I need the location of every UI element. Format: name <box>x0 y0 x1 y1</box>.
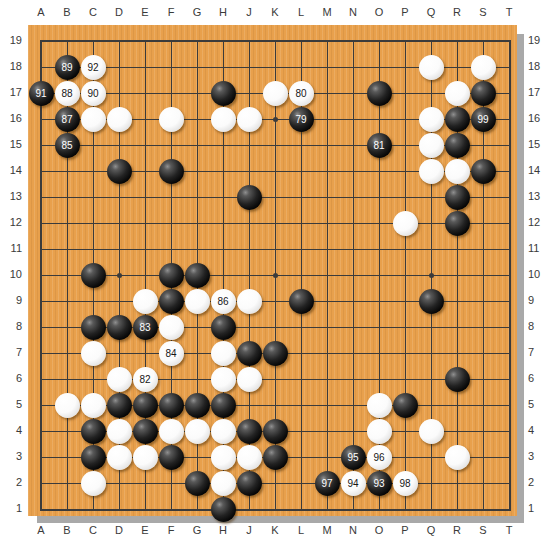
stone-F14 <box>159 159 184 184</box>
row-label: 3 <box>2 450 22 463</box>
star-point <box>273 273 278 278</box>
stone-F10 <box>159 263 184 288</box>
col-label: S <box>475 524 491 537</box>
stone-F4 <box>159 419 184 444</box>
grid-line-vertical <box>405 41 406 510</box>
col-label: C <box>85 524 101 537</box>
row-label: 4 <box>528 424 548 437</box>
star-point <box>273 117 278 122</box>
row-label: 10 <box>2 268 22 281</box>
move-number: 95 <box>341 445 366 470</box>
row-label: 12 <box>528 216 548 229</box>
col-label: M <box>319 6 335 19</box>
move-number: 97 <box>315 471 340 496</box>
row-label: 16 <box>528 112 548 125</box>
stone-Q4 <box>419 419 444 444</box>
col-label: G <box>189 524 205 537</box>
col-label: D <box>111 6 127 19</box>
col-label: E <box>137 6 153 19</box>
col-label: Q <box>423 524 439 537</box>
stone-K4 <box>263 419 288 444</box>
stone-E9 <box>133 289 158 314</box>
stone-B18: 89 <box>55 55 80 80</box>
stone-D4 <box>107 419 132 444</box>
stone-H9: 86 <box>211 289 236 314</box>
stone-E8: 83 <box>133 315 158 340</box>
stone-N2: 94 <box>341 471 366 496</box>
move-number: 99 <box>471 107 496 132</box>
move-number: 94 <box>341 471 366 496</box>
stone-L17: 80 <box>289 81 314 106</box>
stone-R12 <box>445 211 470 236</box>
stone-B15: 85 <box>55 133 80 158</box>
stone-J13 <box>237 185 262 210</box>
stone-F5 <box>159 393 184 418</box>
grid-line-horizontal <box>41 509 510 510</box>
stone-E4 <box>133 419 158 444</box>
stone-C18: 92 <box>81 55 106 80</box>
row-label: 13 <box>2 190 22 203</box>
stone-K17 <box>263 81 288 106</box>
move-number: 84 <box>159 341 184 366</box>
move-number: 98 <box>393 471 418 496</box>
move-number: 86 <box>211 289 236 314</box>
col-label: O <box>371 6 387 19</box>
move-number: 82 <box>133 367 158 392</box>
stone-Q15 <box>419 133 444 158</box>
stone-M2: 97 <box>315 471 340 496</box>
star-point <box>429 273 434 278</box>
col-label: G <box>189 6 205 19</box>
col-label: M <box>319 524 335 537</box>
stone-R17 <box>445 81 470 106</box>
stone-C2 <box>81 471 106 496</box>
stone-C17: 90 <box>81 81 106 106</box>
stone-C10 <box>81 263 106 288</box>
stone-F7: 84 <box>159 341 184 366</box>
row-label: 15 <box>528 138 548 151</box>
col-label: P <box>397 524 413 537</box>
row-label: 8 <box>528 320 548 333</box>
row-label: 11 <box>2 242 22 255</box>
stone-B5 <box>55 393 80 418</box>
move-number: 87 <box>55 107 80 132</box>
row-label: 18 <box>528 60 548 73</box>
stone-O17 <box>367 81 392 106</box>
row-label: 4 <box>2 424 22 437</box>
stone-G4 <box>185 419 210 444</box>
col-label: B <box>59 6 75 19</box>
stone-J4 <box>237 419 262 444</box>
stone-C3 <box>81 445 106 470</box>
stone-H1 <box>211 497 236 522</box>
col-label: E <box>137 524 153 537</box>
stone-G5 <box>185 393 210 418</box>
stone-O15: 81 <box>367 133 392 158</box>
row-label: 2 <box>528 476 548 489</box>
col-label: P <box>397 6 413 19</box>
star-point <box>117 273 122 278</box>
col-label: C <box>85 6 101 19</box>
stone-A17: 91 <box>29 81 54 106</box>
stone-G9 <box>185 289 210 314</box>
stone-L16: 79 <box>289 107 314 132</box>
move-number: 88 <box>55 81 80 106</box>
stone-Q18 <box>419 55 444 80</box>
col-label: H <box>215 524 231 537</box>
stone-J7 <box>237 341 262 366</box>
stone-K3 <box>263 445 288 470</box>
stone-D6 <box>107 367 132 392</box>
row-label: 6 <box>528 372 548 385</box>
row-label: 5 <box>528 398 548 411</box>
col-label: L <box>293 6 309 19</box>
row-label: 2 <box>2 476 22 489</box>
col-label: L <box>293 524 309 537</box>
stone-J9 <box>237 289 262 314</box>
stone-H16 <box>211 107 236 132</box>
col-label: R <box>449 6 465 19</box>
row-label: 18 <box>2 60 22 73</box>
col-label: T <box>501 6 517 19</box>
stone-D14 <box>107 159 132 184</box>
stone-Q16 <box>419 107 444 132</box>
move-number: 81 <box>367 133 392 158</box>
col-label: K <box>267 524 283 537</box>
stone-E5 <box>133 393 158 418</box>
row-label: 12 <box>2 216 22 229</box>
move-number: 80 <box>289 81 314 106</box>
row-label: 19 <box>528 34 548 47</box>
stone-R14 <box>445 159 470 184</box>
col-label: A <box>33 6 49 19</box>
stone-J3 <box>237 445 262 470</box>
stone-F9 <box>159 289 184 314</box>
col-label: O <box>371 524 387 537</box>
col-label: F <box>163 524 179 537</box>
stone-H17 <box>211 81 236 106</box>
stone-J2 <box>237 471 262 496</box>
col-label: A <box>33 524 49 537</box>
stone-S16: 99 <box>471 107 496 132</box>
stone-E6: 82 <box>133 367 158 392</box>
page: 8992918890808779998581868384829596979493… <box>0 0 550 550</box>
stone-H3 <box>211 445 236 470</box>
move-number: 93 <box>367 471 392 496</box>
move-number: 96 <box>367 445 392 470</box>
row-label: 19 <box>2 34 22 47</box>
stone-F8 <box>159 315 184 340</box>
col-label: J <box>241 6 257 19</box>
stone-D8 <box>107 315 132 340</box>
stone-F16 <box>159 107 184 132</box>
stone-Q14 <box>419 159 444 184</box>
col-label: J <box>241 524 257 537</box>
row-label: 6 <box>2 372 22 385</box>
stone-H4 <box>211 419 236 444</box>
stone-P5 <box>393 393 418 418</box>
stone-H5 <box>211 393 236 418</box>
row-label: 9 <box>528 294 548 307</box>
stone-P12 <box>393 211 418 236</box>
stone-N3: 95 <box>341 445 366 470</box>
col-label: K <box>267 6 283 19</box>
stone-E3 <box>133 445 158 470</box>
col-label: N <box>345 6 361 19</box>
grid-line-vertical <box>353 41 354 510</box>
row-label: 1 <box>2 502 22 515</box>
col-label: R <box>449 524 465 537</box>
row-label: 3 <box>528 450 548 463</box>
row-label: 15 <box>2 138 22 151</box>
stone-C7 <box>81 341 106 366</box>
stone-G10 <box>185 263 210 288</box>
stone-S14 <box>471 159 496 184</box>
row-label: 14 <box>2 164 22 177</box>
row-label: 5 <box>2 398 22 411</box>
row-label: 7 <box>528 346 548 359</box>
stone-J6 <box>237 367 262 392</box>
col-label: T <box>501 524 517 537</box>
stone-R6 <box>445 367 470 392</box>
grid-line-vertical <box>509 41 510 510</box>
stone-D3 <box>107 445 132 470</box>
col-label: S <box>475 6 491 19</box>
stone-R16 <box>445 107 470 132</box>
stone-H2 <box>211 471 236 496</box>
stone-C5 <box>81 393 106 418</box>
row-label: 13 <box>528 190 548 203</box>
stone-O4 <box>367 419 392 444</box>
stone-H6 <box>211 367 236 392</box>
row-label: 14 <box>528 164 548 177</box>
stone-D16 <box>107 107 132 132</box>
stone-O3: 96 <box>367 445 392 470</box>
stone-D5 <box>107 393 132 418</box>
stone-S17 <box>471 81 496 106</box>
move-number: 83 <box>133 315 158 340</box>
row-label: 11 <box>528 242 548 255</box>
row-label: 9 <box>2 294 22 307</box>
move-number: 91 <box>29 81 54 106</box>
grid-line-horizontal <box>41 483 510 484</box>
move-number: 85 <box>55 133 80 158</box>
row-label: 7 <box>2 346 22 359</box>
col-label: F <box>163 6 179 19</box>
col-label: Q <box>423 6 439 19</box>
row-label: 1 <box>528 502 548 515</box>
stone-O2: 93 <box>367 471 392 496</box>
row-label: 17 <box>528 86 548 99</box>
move-number: 90 <box>81 81 106 106</box>
stone-J16 <box>237 107 262 132</box>
stone-R3 <box>445 445 470 470</box>
stone-P2: 98 <box>393 471 418 496</box>
stone-C8 <box>81 315 106 340</box>
stone-C4 <box>81 419 106 444</box>
go-board[interactable]: 8992918890808779998581868384829596979493… <box>28 25 517 516</box>
col-label: N <box>345 524 361 537</box>
move-number: 89 <box>55 55 80 80</box>
stone-B16: 87 <box>55 107 80 132</box>
row-label: 10 <box>528 268 548 281</box>
row-label: 8 <box>2 320 22 333</box>
stone-S18 <box>471 55 496 80</box>
stone-O5 <box>367 393 392 418</box>
stone-L9 <box>289 289 314 314</box>
stone-H7 <box>211 341 236 366</box>
stone-G2 <box>185 471 210 496</box>
stone-F3 <box>159 445 184 470</box>
stone-Q9 <box>419 289 444 314</box>
stone-B17: 88 <box>55 81 80 106</box>
stone-K7 <box>263 341 288 366</box>
col-label: B <box>59 524 75 537</box>
stone-R13 <box>445 185 470 210</box>
move-number: 92 <box>81 55 106 80</box>
col-label: D <box>111 524 127 537</box>
grid-line-vertical <box>327 41 328 510</box>
stone-R15 <box>445 133 470 158</box>
stone-C16 <box>81 107 106 132</box>
move-number: 79 <box>289 107 314 132</box>
row-label: 16 <box>2 112 22 125</box>
row-label: 17 <box>2 86 22 99</box>
stone-H8 <box>211 315 236 340</box>
col-label: H <box>215 6 231 19</box>
